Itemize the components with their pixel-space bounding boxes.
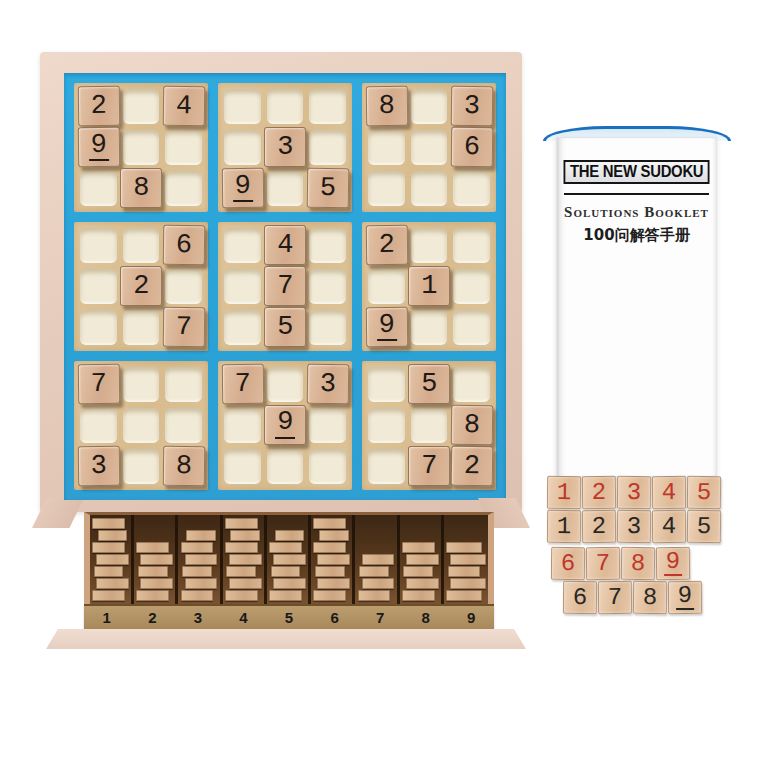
board-cell-r9c4[interactable]: [224, 449, 261, 484]
sudoku-board: 24983958366274752197387395872: [40, 52, 522, 512]
sudoku-block-2: 395: [218, 83, 352, 212]
stacked-tile[interactable]: [358, 590, 391, 601]
board-cell-r6c7[interactable]: 9: [368, 310, 405, 345]
board-number-tile-7[interactable]: 7: [163, 307, 205, 347]
board-cell-r5c6[interactable]: [309, 269, 346, 304]
tray-tile-black-1[interactable]: 1: [547, 510, 581, 543]
stacked-tile[interactable]: [402, 542, 435, 553]
drawer-compartment-2: [134, 515, 178, 604]
board-cell-r6c8[interactable]: [411, 310, 448, 345]
stacked-tile[interactable]: [269, 590, 302, 601]
drawer-label-8: 8: [403, 606, 449, 629]
board-cell-r5c2[interactable]: 2: [123, 269, 160, 304]
board-number-tile-9[interactable]: 9: [366, 307, 408, 347]
board-cell-r3c4[interactable]: 9: [224, 171, 261, 206]
tray-tile-black-2[interactable]: 2: [582, 510, 616, 543]
board-cell-r2c6[interactable]: [309, 130, 346, 165]
tray-tile-red-9[interactable]: 9: [656, 547, 690, 580]
stacked-tile[interactable]: [319, 530, 349, 541]
drawer-compartment-6: [311, 515, 355, 604]
tray-tile-red-5[interactable]: 5: [687, 476, 721, 509]
board-cell-r1c5[interactable]: [267, 89, 304, 124]
stacked-tile[interactable]: [313, 542, 346, 553]
stacked-tile[interactable]: [402, 590, 435, 601]
board-cell-r7c4[interactable]: 7: [224, 367, 261, 402]
board-cell-r1c8[interactable]: [411, 89, 448, 124]
stacked-tile[interactable]: [92, 590, 125, 601]
board-cell-r1c3[interactable]: 4: [165, 89, 202, 124]
stacked-tile[interactable]: [359, 566, 389, 577]
solutions-booklet[interactable]: THE NEW SUDOKU Solutions Booklet 100问解答手…: [543, 126, 731, 478]
stacked-tile[interactable]: [446, 590, 481, 601]
stacked-tile[interactable]: [313, 518, 346, 529]
stacked-tile[interactable]: [269, 542, 302, 553]
stacked-tile[interactable]: [94, 566, 124, 577]
stacked-tile[interactable]: [448, 566, 480, 577]
sudoku-grid: 24983958366274752197387395872: [64, 73, 506, 500]
board-number-tile-7[interactable]: 7: [408, 446, 450, 486]
board-cell-r6c6[interactable]: [309, 310, 346, 345]
board-cell-r5c5[interactable]: 7: [267, 269, 304, 304]
board-cell-r4c6[interactable]: [309, 228, 346, 263]
drawer-compartment-8: [400, 515, 444, 604]
board-blue-grid-frame: 24983958366274752197387395872: [64, 73, 506, 500]
board-cell-r3c8[interactable]: [411, 171, 448, 206]
board-cell-r2c9[interactable]: 6: [453, 130, 490, 165]
tray-tile-black-6[interactable]: 6: [563, 581, 597, 614]
board-cell-r8c6[interactable]: [309, 408, 346, 443]
board-cell-r4c3[interactable]: 6: [165, 228, 202, 263]
board-cell-r1c7[interactable]: 8: [368, 89, 405, 124]
board-number-tile-2[interactable]: 2: [120, 266, 162, 306]
wooden-base: [46, 629, 526, 649]
board-cell-r7c6[interactable]: 3: [309, 367, 346, 402]
stacked-tile[interactable]: [136, 542, 169, 553]
board-cell-r2c7[interactable]: [368, 130, 405, 165]
tile-drawer[interactable]: 123456789: [84, 512, 494, 629]
drawer-compartment-7: [355, 515, 399, 604]
stacked-tile[interactable]: [181, 542, 214, 553]
board-number-tile-9[interactable]: 9: [78, 127, 120, 167]
tray-tile-red-1[interactable]: 1: [547, 476, 581, 509]
drawer-label-3: 3: [175, 606, 221, 629]
board-cell-r7c7[interactable]: [368, 367, 405, 402]
board-cell-r8c8[interactable]: [411, 408, 448, 443]
stacked-tile[interactable]: [275, 530, 305, 541]
board-number-tile-5[interactable]: 5: [264, 307, 306, 347]
product-photo: 24983958366274752197387395872 123456789 …: [0, 0, 768, 768]
stacked-tile[interactable]: [136, 590, 169, 601]
board-cell-r6c5[interactable]: 5: [267, 310, 304, 345]
board-cell-r1c4[interactable]: [224, 89, 261, 124]
board-cell-r1c9[interactable]: 3: [453, 89, 490, 124]
board-cell-r4c4[interactable]: [224, 228, 261, 263]
board-cell-r5c1[interactable]: [80, 269, 117, 304]
board-cell-r2c5[interactable]: 3: [267, 130, 304, 165]
board-number-tile-2[interactable]: 2: [78, 86, 120, 126]
board-cell-r9c7[interactable]: [368, 449, 405, 484]
board-number-tile-8[interactable]: 8: [451, 405, 493, 445]
stacked-tile[interactable]: [140, 554, 173, 565]
stacked-tile[interactable]: [273, 578, 306, 589]
booklet-page: THE NEW SUDOKU Solutions Booklet 100问解答手…: [556, 137, 717, 477]
board-cell-r7c2[interactable]: [123, 367, 160, 402]
tray-row-2: 12345: [547, 510, 722, 544]
number-tile-tray: 123451234567896789: [547, 476, 722, 615]
stacked-tile[interactable]: [98, 530, 128, 541]
board-cell-r7c5[interactable]: [267, 367, 304, 402]
sudoku-block-8: 739: [218, 361, 352, 490]
board-cell-r2c1[interactable]: 9: [80, 130, 117, 165]
booklet-subtitle-en: Solutions Booklet: [557, 204, 716, 221]
board-cell-r5c9[interactable]: [453, 269, 490, 304]
board-cell-r1c6[interactable]: [309, 89, 346, 124]
drawer-label-6: 6: [312, 606, 358, 629]
stacked-tile[interactable]: [226, 566, 256, 577]
board-cell-r3c5[interactable]: [267, 171, 304, 206]
board-cell-r6c1[interactable]: [80, 310, 117, 345]
tray-row-3: 6789: [551, 547, 722, 581]
stacked-tile[interactable]: [362, 578, 395, 589]
board-cell-r9c2[interactable]: [123, 449, 160, 484]
board-number-tile-4[interactable]: 4: [163, 86, 205, 126]
board-cell-r9c5[interactable]: [267, 449, 304, 484]
drawer-label-7: 7: [357, 606, 403, 629]
stacked-tile[interactable]: [185, 554, 218, 565]
board-number-tile-1[interactable]: 1: [408, 266, 450, 306]
sudoku-block-1: 2498: [74, 83, 208, 212]
board-cell-r7c3[interactable]: [165, 367, 202, 402]
board-cell-r9c1[interactable]: 3: [80, 449, 117, 484]
board-cell-r8c9[interactable]: 8: [453, 408, 490, 443]
tray-tile-black-7[interactable]: 7: [598, 581, 632, 614]
board-cell-r8c1[interactable]: [80, 408, 117, 443]
tray-tile-red-3[interactable]: 3: [617, 476, 651, 509]
drawer-label-1: 1: [84, 606, 130, 629]
board-cell-r5c8[interactable]: 1: [411, 269, 448, 304]
board-cell-r4c9[interactable]: [453, 228, 490, 263]
sudoku-block-4: 627: [74, 222, 208, 351]
board-cell-r6c3[interactable]: 7: [165, 310, 202, 345]
board-number-tile-7[interactable]: 7: [222, 364, 264, 404]
tray-tile-black-5[interactable]: 5: [687, 510, 721, 543]
stacked-tile[interactable]: [92, 542, 125, 553]
stacked-tile[interactable]: [406, 554, 439, 565]
board-number-tile-6[interactable]: 6: [451, 127, 493, 167]
stacked-tile[interactable]: [186, 530, 216, 541]
drawer-number-strip: 123456789: [84, 604, 494, 629]
drawer-compartment-5: [267, 515, 311, 604]
booklet-rule: [564, 193, 709, 195]
drawer-compartment-4: [223, 515, 267, 604]
stacked-tile[interactable]: [317, 554, 350, 565]
tray-tile-black-9[interactable]: 9: [668, 581, 702, 614]
board-cell-r4c7[interactable]: 2: [368, 228, 405, 263]
board-cell-r7c1[interactable]: 7: [80, 367, 117, 402]
board-cell-r6c4[interactable]: [224, 310, 261, 345]
board-number-tile-3[interactable]: 3: [307, 364, 349, 404]
stacked-tile[interactable]: [362, 554, 395, 565]
stacked-tile[interactable]: [406, 578, 439, 589]
stacked-tile[interactable]: [225, 518, 258, 529]
stacked-tile[interactable]: [225, 542, 258, 553]
board-number-tile-2[interactable]: 2: [451, 446, 493, 486]
drawer-label-2: 2: [130, 606, 176, 629]
board-number-tile-6[interactable]: 6: [163, 225, 205, 265]
tray-tile-black-4[interactable]: 4: [652, 510, 686, 543]
tray-tile-red-7[interactable]: 7: [586, 547, 620, 580]
board-number-tile-2[interactable]: 2: [366, 225, 408, 265]
sudoku-block-6: 219: [362, 222, 496, 351]
stacked-tile[interactable]: [450, 578, 485, 589]
stacked-tile[interactable]: [313, 590, 346, 601]
tray-tile-black-8[interactable]: 8: [633, 581, 667, 614]
stacked-tile[interactable]: [229, 554, 262, 565]
board-cell-r2c4[interactable]: [224, 130, 261, 165]
stacked-tile[interactable]: [185, 578, 218, 589]
board-cell-r8c2[interactable]: [123, 408, 160, 443]
board-cell-r3c7[interactable]: [368, 171, 405, 206]
tray-row-1: 12345: [547, 476, 722, 510]
tray-row-4: 6789: [563, 581, 722, 615]
stacked-tile[interactable]: [96, 578, 129, 589]
board-cell-r5c4[interactable]: [224, 269, 261, 304]
board-cell-r2c2[interactable]: [123, 130, 160, 165]
sudoku-block-7: 738: [74, 361, 208, 490]
board-cell-r9c3[interactable]: 8: [165, 449, 202, 484]
board-cell-r4c5[interactable]: 4: [267, 228, 304, 263]
board-cell-r7c8[interactable]: 5: [411, 367, 448, 402]
board-number-tile-8[interactable]: 8: [366, 86, 408, 126]
board-cell-r6c2[interactable]: [123, 310, 160, 345]
board-cell-r3c1[interactable]: [80, 171, 117, 206]
tray-tile-red-2[interactable]: 2: [582, 476, 616, 509]
stacked-tile[interactable]: [182, 566, 212, 577]
drawer-label-9: 9: [448, 606, 494, 629]
sudoku-block-5: 475: [218, 222, 352, 351]
drawer-label-5: 5: [266, 606, 312, 629]
board-cell-r8c7[interactable]: [368, 408, 405, 443]
stacked-tile[interactable]: [230, 530, 260, 541]
booklet-subtitle-cn: 100问解答手册: [557, 226, 716, 245]
board-cell-r9c9[interactable]: 2: [453, 449, 490, 484]
board-number-tile-7[interactable]: 7: [78, 364, 120, 404]
board-cell-r2c3[interactable]: [165, 130, 202, 165]
stacked-tile[interactable]: [271, 566, 301, 577]
board-number-tile-3[interactable]: 3: [78, 446, 120, 486]
stacked-tile[interactable]: [403, 566, 433, 577]
stacked-tile[interactable]: [315, 566, 345, 577]
board-cell-r7c9[interactable]: [453, 367, 490, 402]
drawer-compartment-9: [444, 515, 488, 604]
board-cell-r5c7[interactable]: [368, 269, 405, 304]
booklet-title: THE NEW SUDOKU: [563, 160, 709, 184]
tray-tile-red-6[interactable]: 6: [551, 547, 585, 580]
board-cell-r2c8[interactable]: [411, 130, 448, 165]
board-number-tile-8[interactable]: 8: [163, 446, 205, 486]
drawer-compartments: [84, 512, 494, 604]
drawer-label-4: 4: [221, 606, 267, 629]
board-cell-r5c3[interactable]: [165, 269, 202, 304]
stacked-tile[interactable]: [138, 566, 168, 577]
tray-tile-red-4[interactable]: 4: [652, 476, 686, 509]
board-cell-r8c4[interactable]: [224, 408, 261, 443]
board-cell-r1c2[interactable]: [123, 89, 160, 124]
board-number-tile-3[interactable]: 3: [451, 86, 493, 126]
board-number-tile-9[interactable]: 9: [264, 405, 306, 445]
board-cell-r4c8[interactable]: [411, 228, 448, 263]
board-cell-r6c9[interactable]: [453, 310, 490, 345]
stacked-tile[interactable]: [181, 590, 214, 601]
stacked-tile[interactable]: [229, 578, 262, 589]
board-cell-r9c6[interactable]: [309, 449, 346, 484]
board-number-tile-5[interactable]: 5: [408, 364, 450, 404]
board-number-tile-8[interactable]: 8: [120, 168, 162, 208]
board-cell-r3c9[interactable]: [453, 171, 490, 206]
tray-tile-red-8[interactable]: 8: [621, 547, 655, 580]
stacked-tile[interactable]: [273, 554, 306, 565]
board-number-tile-7[interactable]: 7: [264, 266, 306, 306]
board-cell-r8c5[interactable]: 9: [267, 408, 304, 443]
sudoku-block-3: 836: [362, 83, 496, 212]
stacked-tile[interactable]: [225, 590, 258, 601]
board-cell-r4c1[interactable]: [80, 228, 117, 263]
board-cell-r9c8[interactable]: 7: [411, 449, 448, 484]
sudoku-block-9: 5872: [362, 361, 496, 490]
stacked-tile[interactable]: [92, 518, 125, 529]
board-number-tile-4[interactable]: 4: [264, 225, 306, 265]
stacked-tile[interactable]: [450, 554, 485, 565]
board-number-tile-5[interactable]: 5: [307, 168, 349, 208]
board-cell-r4c2[interactable]: [123, 228, 160, 263]
stacked-tile[interactable]: [446, 542, 481, 553]
board-cell-r1c1[interactable]: 2: [80, 89, 117, 124]
board-cell-r3c2[interactable]: 8: [123, 171, 160, 206]
drawer-compartment-1: [90, 515, 134, 604]
board-cell-r3c3[interactable]: [165, 171, 202, 206]
stacked-tile[interactable]: [317, 578, 350, 589]
stacked-tile[interactable]: [96, 554, 129, 565]
board-cell-r8c3[interactable]: [165, 408, 202, 443]
board-cell-r3c6[interactable]: 5: [309, 171, 346, 206]
drawer-compartment-3: [178, 515, 222, 604]
tray-tile-black-3[interactable]: 3: [617, 510, 651, 543]
stacked-tile[interactable]: [140, 578, 173, 589]
board-number-tile-9[interactable]: 9: [222, 168, 264, 208]
board-number-tile-3[interactable]: 3: [264, 127, 306, 167]
